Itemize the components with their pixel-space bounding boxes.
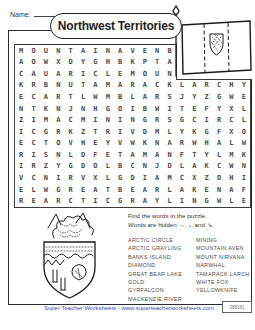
grid-cell: A (89, 184, 101, 196)
grid-cell: Z (15, 114, 27, 126)
grid-cell: I (176, 195, 188, 207)
grid-cell: A (213, 138, 225, 150)
word-list-item: GREAT BEAR LAKE (128, 270, 196, 278)
grid-cell: N (52, 80, 64, 92)
grid-cell: T (40, 138, 52, 150)
grid-cell: K (238, 149, 250, 161)
grid-cell: X (188, 172, 200, 184)
grid-cell: R (52, 126, 64, 138)
grid-cell: A (52, 114, 64, 126)
grid-cell: F (213, 126, 225, 138)
grid-cell: G (102, 103, 114, 115)
grid-cell: W (188, 138, 200, 150)
grid-cell: B (114, 91, 126, 103)
grid-cell: E (139, 45, 151, 57)
grid-cell: A (15, 57, 27, 69)
grid-cell: R (27, 161, 39, 173)
word-list-item: YELLOWKNIFE (196, 286, 252, 294)
grid-cell: R (213, 114, 225, 126)
grid-cell: R (151, 91, 163, 103)
word-list-item: MOUNT NIRVANA (196, 253, 252, 261)
grid-cell: C (27, 126, 39, 138)
grid-cell: A (126, 149, 138, 161)
grid-cell: I (15, 126, 27, 138)
grid-cell: L (225, 195, 237, 207)
grid-cell: W (225, 91, 237, 103)
grid-cell: S (163, 91, 175, 103)
grid-cell: N (40, 172, 52, 184)
word-list-item: ARCTIC GRAYLING (128, 244, 196, 252)
grid-cell: N (163, 149, 175, 161)
grid-cell: H (225, 172, 237, 184)
grid-cell: V (77, 172, 89, 184)
grid-cell: T (102, 184, 114, 196)
grid-cell: Y (151, 195, 163, 207)
grid-cell: J (151, 161, 163, 173)
grid-cell: O (213, 172, 225, 184)
grid-cell: O (27, 45, 39, 57)
grid-cell: K (40, 103, 52, 115)
grid-cell: M (102, 91, 114, 103)
grid-cell: Y (201, 149, 213, 161)
grid-cell: H (102, 57, 114, 69)
grid-cell: A (163, 138, 175, 150)
grid-cell: X (225, 103, 237, 115)
grid-cell: W (40, 57, 52, 69)
grid-cell: W (151, 103, 163, 115)
grid-cell: A (89, 80, 101, 92)
grid-cell: G (89, 57, 101, 69)
grid-cell: U (40, 45, 52, 57)
grid-cell: N (139, 161, 151, 173)
grid-cell: G (213, 91, 225, 103)
word-list-item: GYRFALCON (128, 286, 196, 294)
grid-cell: K (188, 126, 200, 138)
grid-cell: W (225, 161, 237, 173)
grid-cell: A (225, 184, 237, 196)
grid-cell: R (176, 138, 188, 150)
grid-cell: I (52, 172, 64, 184)
grid-cell: L (213, 149, 225, 161)
grid-cell: E (77, 184, 89, 196)
grid-cell: C (15, 68, 27, 80)
grid-cell: B (114, 57, 126, 69)
grid-cell: N (213, 184, 225, 196)
grid-cell: A (139, 184, 151, 196)
grid-cell: L (27, 184, 39, 196)
grid-cell: R (15, 149, 27, 161)
grid-cell: I (114, 126, 126, 138)
grid-cell: N (52, 45, 64, 57)
grid-cell: G (64, 161, 76, 173)
grid-cell: A (139, 91, 151, 103)
grid-cell: A (114, 45, 126, 57)
grid-cell: B (114, 184, 126, 196)
grid-cell: R (64, 172, 76, 184)
grid-cell: L (238, 114, 250, 126)
word-list: ARCTIC CIRCLEARCTIC GRAYLINGBANKS ISLAND… (128, 236, 252, 303)
grid-cell: A (139, 195, 151, 207)
word-list-item: GOLD (128, 278, 196, 286)
grid-cell: A (77, 45, 89, 57)
grid-cell: X (52, 57, 64, 69)
grid-cell: N (52, 149, 64, 161)
grid-cell: G (201, 195, 213, 207)
grid-cell: A (27, 68, 39, 80)
coat-of-arms-illustration (16, 210, 124, 302)
grid-cell: M (102, 80, 114, 92)
grid-cell: K (188, 184, 200, 196)
grid-cell: O (27, 57, 39, 69)
word-list-item: MINING (196, 236, 252, 244)
grid-cell: D (126, 172, 138, 184)
grid-cell: L (77, 91, 89, 103)
grid-cell: O (114, 103, 126, 115)
grid-cell: C (213, 161, 225, 173)
grid-cell: L (225, 138, 237, 150)
grid-cell: B (40, 80, 52, 92)
word-list-item: MOUNTAIN AVEN (196, 244, 252, 252)
grid-cell: S (40, 149, 52, 161)
grid-cell: Y (77, 57, 89, 69)
grid-cell: L (102, 161, 114, 173)
grid-cell: L (163, 184, 175, 196)
grid-cell: T (176, 103, 188, 115)
grid-cell: W (213, 195, 225, 207)
word-list-item: BANKS ISLAND (128, 253, 196, 261)
crest-shield (44, 242, 95, 298)
grid-cell: A (40, 195, 52, 207)
grid-cell: C (176, 172, 188, 184)
grid-cell: H (201, 138, 213, 150)
grid-cell: D (139, 126, 151, 138)
grid-cell: O (139, 68, 151, 80)
grid-cell: I (27, 114, 39, 126)
grid-cell: L (176, 161, 188, 173)
grid-cell: N (15, 103, 27, 115)
grid-cell: H (77, 138, 89, 150)
grid-cell: G (201, 126, 213, 138)
grid-cell: X (89, 172, 101, 184)
grid-cell: A (52, 68, 64, 80)
grid-cell: Y (213, 103, 225, 115)
grid-cell: W (126, 138, 138, 150)
flag-backing (180, 20, 252, 74)
grid-cell: E (102, 149, 114, 161)
grid-cell: N (238, 161, 250, 173)
grid-cell: C (188, 114, 200, 126)
grid-cell: R (52, 91, 64, 103)
grid-cell: G (52, 184, 64, 196)
grid-cell: E (201, 184, 213, 196)
grid-cell: W (89, 91, 101, 103)
grid-cell: I (163, 103, 175, 115)
page-title: Northwest Territories (50, 13, 182, 39)
grid-cell: L (163, 195, 175, 207)
nwt-flag-illustration (166, 4, 254, 88)
worksheet-id-box: 388181 (222, 301, 252, 313)
grid-cell: A (151, 172, 163, 184)
grid-cell: L (126, 91, 138, 103)
grid-cell: T (151, 57, 163, 69)
grid-cell: N (102, 45, 114, 57)
grid-cell: R (27, 80, 39, 92)
grid-cell: E (27, 195, 39, 207)
grid-cell: T (77, 195, 89, 207)
grid-cell: J (176, 91, 188, 103)
grid-cell: V (126, 126, 138, 138)
grid-cell: V (64, 138, 76, 150)
grid-cell: F (238, 184, 250, 196)
word-list-item: WHITE FOX (196, 278, 252, 286)
grid-cell: T (89, 126, 101, 138)
grid-cell: N (151, 138, 163, 150)
grid-cell: N (52, 103, 64, 115)
grid-cell: B (139, 103, 151, 115)
grid-cell: T (77, 80, 89, 92)
grid-cell: O (52, 138, 64, 150)
grid-cell: I (201, 114, 213, 126)
grid-cell: M (139, 149, 151, 161)
grid-cell: C (27, 91, 39, 103)
grid-cell: F (89, 149, 101, 161)
grid-cell: B (114, 161, 126, 173)
instructions: Find the words in the puzzle. Words are … (128, 212, 250, 229)
grid-cell: R (64, 68, 76, 80)
grid-cell: I (126, 103, 138, 115)
grid-cell: O (238, 126, 250, 138)
grid-cell: F (176, 149, 188, 161)
grid-cell: H (89, 103, 101, 115)
grid-cell: T (188, 149, 200, 161)
grid-cell: E (15, 184, 27, 196)
grid-cell: V (15, 172, 27, 184)
grid-cell: R (126, 195, 138, 207)
grid-cell: I (139, 172, 151, 184)
grid-cell: F (201, 103, 213, 115)
grid-cell: T (64, 45, 76, 57)
grid-cell: Z (201, 172, 213, 184)
grid-cell: T (27, 103, 39, 115)
grid-cell: C (27, 172, 39, 184)
name-label: Name: (10, 11, 31, 18)
grid-cell: I (15, 161, 27, 173)
grid-cell: M (40, 114, 52, 126)
grid-cell: G (40, 126, 52, 138)
grid-cell: C (64, 114, 76, 126)
grid-cell: E (126, 184, 138, 196)
grid-cell: K (15, 80, 27, 92)
grid-cell: D (77, 149, 89, 161)
footer-credit: Super Teacher Worksheets - www.superteac… (8, 305, 250, 311)
grid-cell: P (139, 57, 151, 69)
word-list-item: TAMARACK LARCH (196, 270, 252, 278)
grid-cell: A (188, 161, 200, 173)
grid-cell: C (225, 114, 237, 126)
grid-cell: W (238, 138, 250, 150)
grid-cell: N (126, 114, 138, 126)
grid-cell: R (126, 80, 138, 92)
grid-cell: I (89, 114, 101, 126)
grid-cell: C (151, 80, 163, 92)
word-list-column-right: MININGMOUNTAIN AVENMOUNT NIRVANANARWHALT… (196, 236, 252, 303)
word-list-item: MACKENZIE RIVER (128, 295, 196, 303)
grid-cell: I (114, 114, 126, 126)
grid-cell: K (201, 161, 213, 173)
grid-cell: E (238, 91, 250, 103)
word-list-item: DIAMOND (128, 261, 196, 269)
instructions-line2: Words are hidden →, ↓, and ↘. (128, 221, 250, 230)
grid-cell: D (163, 161, 175, 173)
grid-cell: O (89, 161, 101, 173)
grid-cell: E (188, 103, 200, 115)
grid-cell: C (102, 195, 114, 207)
grid-cell: N (151, 45, 163, 57)
grid-cell: A (151, 149, 163, 161)
grid-cell: K (126, 57, 138, 69)
grid-cell: L (64, 149, 76, 161)
grid-cell: Y (176, 126, 188, 138)
grid-cell: I (27, 149, 39, 161)
grid-cell: U (64, 80, 76, 92)
grid-cell: V (114, 138, 126, 150)
grid-cell: K (139, 138, 151, 150)
grid-cell: I (238, 172, 250, 184)
grid-cell: Y (188, 91, 200, 103)
grid-cell: M (15, 45, 27, 57)
grid-cell: R (151, 184, 163, 196)
grid-cell: G (114, 195, 126, 207)
grid-cell: A (114, 80, 126, 92)
grid-cell: U (40, 68, 52, 80)
word-list-item: ARCTIC CIRCLE (128, 236, 196, 244)
grid-cell: G (114, 172, 126, 184)
crest-zigzag (44, 260, 64, 265)
grid-cell: L (163, 126, 175, 138)
grid-cell: D (64, 57, 76, 69)
grid-cell: N (188, 195, 200, 207)
grid-cell: R (102, 126, 114, 138)
grid-cell: C (27, 138, 39, 150)
grid-cell: N (102, 114, 114, 126)
grid-cell: M (151, 126, 163, 138)
grid-cell: Z (77, 126, 89, 138)
grid-cell: E (15, 138, 27, 150)
grid-cell: I (77, 68, 89, 80)
grid-cell: X (225, 126, 237, 138)
grid-cell: A (176, 184, 188, 196)
grid-cell: G (139, 114, 151, 126)
grid-cell: Y (52, 161, 64, 173)
grid-cell: R (15, 195, 27, 207)
grid-cell: M (77, 114, 89, 126)
grid-cell: C (126, 161, 138, 173)
grid-cell: U (151, 68, 163, 80)
grid-cell: L (238, 103, 250, 115)
grid-cell: T (114, 149, 126, 161)
grid-cell: W (40, 184, 52, 196)
grid-cell: D (77, 161, 89, 173)
grid-cell: M (225, 149, 237, 161)
word-list-column-left: ARCTIC CIRCLEARCTIC GRAYLINGBANKS ISLAND… (128, 236, 196, 303)
grid-cell: G (176, 114, 188, 126)
grid-cell: Y (102, 138, 114, 150)
grid-cell: L (102, 68, 114, 80)
grid-cell: N (77, 103, 89, 115)
grid-cell: I (89, 45, 101, 57)
grid-cell: E (15, 91, 27, 103)
crest-tower-marks (53, 270, 65, 290)
grid-cell: I (89, 195, 101, 207)
grid-cell: C (64, 195, 76, 207)
grid-cell: Z (201, 91, 213, 103)
crest-wavy-band (44, 254, 93, 258)
grid-cell: A (40, 91, 52, 103)
grid-cell: E (114, 68, 126, 80)
grid-cell: M (163, 172, 175, 184)
grid-cell: A (139, 80, 151, 92)
word-list-item: NARWHAL (196, 261, 252, 269)
grid-cell: K (64, 126, 76, 138)
grid-cell: R (52, 195, 64, 207)
grid-cell: M (126, 68, 138, 80)
grid-cell: Z (40, 161, 52, 173)
grid-cell: E (89, 138, 101, 150)
grid-cell: S (163, 114, 175, 126)
grid-cell: C (89, 68, 101, 80)
grid-cell: L (102, 172, 114, 184)
grid-cell: R (64, 184, 76, 196)
grid-cell: E (238, 195, 250, 207)
grid-cell: V (126, 45, 138, 57)
grid-cell: R (151, 114, 163, 126)
instructions-line1: Find the words in the puzzle. (128, 212, 250, 221)
grid-cell: T (64, 91, 76, 103)
worksheet-page: Name: Northwest Territories MOUNTAINAVEN… (0, 0, 255, 330)
grid-cell: J (64, 103, 76, 115)
